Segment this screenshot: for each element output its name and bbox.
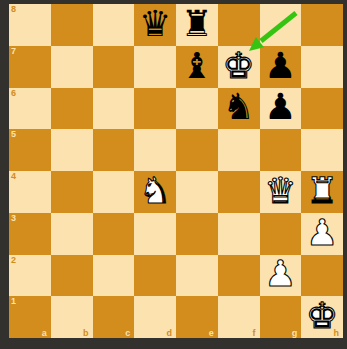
square-d4[interactable]: ♞ [134, 171, 176, 213]
square-a3[interactable]: 3 [9, 213, 51, 255]
square-d7[interactable] [134, 46, 176, 88]
square-f1[interactable]: f [218, 296, 260, 338]
square-c5[interactable] [93, 129, 135, 171]
square-a1[interactable]: 1a [9, 296, 51, 338]
white-pawn[interactable]: ♟ [264, 256, 296, 292]
square-h4[interactable]: ♜ [301, 171, 343, 213]
rank-label-6: 6 [11, 88, 16, 98]
black-rook[interactable]: ♜ [181, 6, 213, 42]
square-g1[interactable]: g [260, 296, 302, 338]
square-g2[interactable]: ♟ [260, 255, 302, 297]
square-a6[interactable]: 6 [9, 88, 51, 130]
square-g3[interactable] [260, 213, 302, 255]
square-e5[interactable] [176, 129, 218, 171]
square-c6[interactable] [93, 88, 135, 130]
square-e6[interactable] [176, 88, 218, 130]
square-a4[interactable]: 4 [9, 171, 51, 213]
square-e4[interactable] [176, 171, 218, 213]
square-d3[interactable] [134, 213, 176, 255]
chess-board: 8♛♜7♝♚♟6♞♟54♞♛♜3♟2♟1abcdefgh♚ [9, 4, 343, 338]
rank-label-1: 1 [11, 296, 16, 306]
square-c8[interactable] [93, 4, 135, 46]
square-b3[interactable] [51, 213, 93, 255]
square-d6[interactable] [134, 88, 176, 130]
square-a7[interactable]: 7 [9, 46, 51, 88]
square-g4[interactable]: ♛ [260, 171, 302, 213]
square-a2[interactable]: 2 [9, 255, 51, 297]
square-g5[interactable] [260, 129, 302, 171]
white-queen[interactable]: ♛ [264, 173, 296, 209]
square-c4[interactable] [93, 171, 135, 213]
square-b8[interactable] [51, 4, 93, 46]
square-e8[interactable]: ♜ [176, 4, 218, 46]
file-label-g: g [292, 328, 298, 338]
square-e3[interactable] [176, 213, 218, 255]
square-h6[interactable] [301, 88, 343, 130]
square-h3[interactable]: ♟ [301, 213, 343, 255]
black-queen[interactable]: ♛ [139, 6, 171, 42]
square-b5[interactable] [51, 129, 93, 171]
square-d2[interactable] [134, 255, 176, 297]
black-knight[interactable]: ♞ [222, 89, 254, 125]
white-knight[interactable]: ♞ [139, 173, 171, 209]
square-e2[interactable] [176, 255, 218, 297]
square-f4[interactable] [218, 171, 260, 213]
white-pawn[interactable]: ♟ [306, 215, 338, 251]
square-c7[interactable] [93, 46, 135, 88]
rank-label-2: 2 [11, 255, 16, 265]
file-label-f: f [253, 328, 256, 338]
square-h1[interactable]: h♚ [301, 296, 343, 338]
square-c2[interactable] [93, 255, 135, 297]
white-king[interactable]: ♚ [306, 298, 338, 334]
square-b1[interactable]: b [51, 296, 93, 338]
square-h2[interactable] [301, 255, 343, 297]
square-h7[interactable] [301, 46, 343, 88]
square-g7[interactable]: ♟ [260, 46, 302, 88]
file-label-c: c [125, 328, 130, 338]
square-g8[interactable] [260, 4, 302, 46]
rank-label-4: 4 [11, 171, 16, 181]
square-d1[interactable]: d [134, 296, 176, 338]
square-f8[interactable] [218, 4, 260, 46]
square-f5[interactable] [218, 129, 260, 171]
square-b7[interactable] [51, 46, 93, 88]
square-b4[interactable] [51, 171, 93, 213]
chess-app-window: 8♛♜7♝♚♟6♞♟54♞♛♜3♟2♟1abcdefgh♚ [0, 0, 347, 349]
rank-label-8: 8 [11, 4, 16, 14]
square-b2[interactable] [51, 255, 93, 297]
square-d5[interactable] [134, 129, 176, 171]
square-e1[interactable]: e [176, 296, 218, 338]
black-pawn[interactable]: ♟ [264, 89, 296, 125]
rank-label-7: 7 [11, 46, 16, 56]
square-f2[interactable] [218, 255, 260, 297]
square-h8[interactable] [301, 4, 343, 46]
rank-label-5: 5 [11, 129, 16, 139]
square-b6[interactable] [51, 88, 93, 130]
white-rook[interactable]: ♜ [306, 173, 338, 209]
file-label-a: a [42, 328, 47, 338]
square-a5[interactable]: 5 [9, 129, 51, 171]
square-a8[interactable]: 8 [9, 4, 51, 46]
file-label-b: b [83, 328, 89, 338]
square-h5[interactable] [301, 129, 343, 171]
square-e7[interactable]: ♝ [176, 46, 218, 88]
file-label-d: d [167, 328, 173, 338]
square-d8[interactable]: ♛ [134, 4, 176, 46]
square-f7[interactable]: ♚ [218, 46, 260, 88]
square-c1[interactable]: c [93, 296, 135, 338]
square-c3[interactable] [93, 213, 135, 255]
rank-label-3: 3 [11, 213, 16, 223]
black-bishop[interactable]: ♝ [181, 48, 213, 84]
square-f6[interactable]: ♞ [218, 88, 260, 130]
square-g6[interactable]: ♟ [260, 88, 302, 130]
file-label-e: e [209, 328, 214, 338]
white-king[interactable]: ♚ [222, 48, 254, 84]
square-f3[interactable] [218, 213, 260, 255]
black-pawn[interactable]: ♟ [264, 48, 296, 84]
